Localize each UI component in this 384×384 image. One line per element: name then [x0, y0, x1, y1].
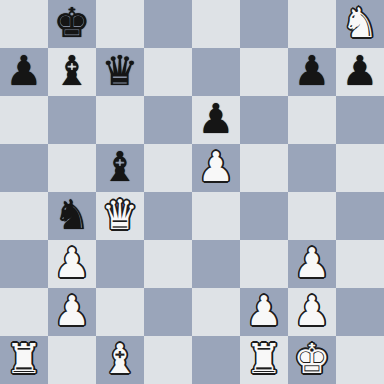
square-h2[interactable]: [336, 288, 384, 336]
square-g2[interactable]: ♟: [288, 288, 336, 336]
square-g1[interactable]: ♚: [288, 336, 336, 384]
black-bishop[interactable]: ♝: [102, 143, 139, 191]
square-e7[interactable]: [192, 48, 240, 96]
square-c8[interactable]: [96, 0, 144, 48]
square-d2[interactable]: [144, 288, 192, 336]
square-h6[interactable]: [336, 96, 384, 144]
square-e2[interactable]: [192, 288, 240, 336]
square-c3[interactable]: [96, 240, 144, 288]
square-f1[interactable]: ♜: [240, 336, 288, 384]
square-e4[interactable]: [192, 192, 240, 240]
black-pawn[interactable]: ♟: [198, 95, 235, 143]
black-pawn[interactable]: ♟: [6, 47, 43, 95]
square-h7[interactable]: ♟: [336, 48, 384, 96]
square-h5[interactable]: [336, 144, 384, 192]
white-knight[interactable]: ♞: [342, 0, 379, 47]
square-f8[interactable]: [240, 0, 288, 48]
square-b6[interactable]: [48, 96, 96, 144]
black-queen[interactable]: ♛: [102, 47, 139, 95]
square-g8[interactable]: [288, 0, 336, 48]
square-d7[interactable]: [144, 48, 192, 96]
square-b4[interactable]: ♞: [48, 192, 96, 240]
white-pawn[interactable]: ♟: [54, 287, 91, 335]
white-pawn[interactable]: ♟: [294, 239, 331, 287]
square-g3[interactable]: ♟: [288, 240, 336, 288]
square-f7[interactable]: [240, 48, 288, 96]
square-f4[interactable]: [240, 192, 288, 240]
square-d3[interactable]: [144, 240, 192, 288]
square-a8[interactable]: [0, 0, 48, 48]
square-f6[interactable]: [240, 96, 288, 144]
square-f3[interactable]: [240, 240, 288, 288]
square-a3[interactable]: [0, 240, 48, 288]
white-queen[interactable]: ♛: [102, 191, 139, 239]
square-b8[interactable]: ♚: [48, 0, 96, 48]
white-rook[interactable]: ♜: [246, 335, 283, 383]
white-pawn[interactable]: ♟: [294, 287, 331, 335]
white-rook[interactable]: ♜: [6, 335, 43, 383]
square-g5[interactable]: [288, 144, 336, 192]
square-d4[interactable]: [144, 192, 192, 240]
square-c4[interactable]: ♛: [96, 192, 144, 240]
white-bishop[interactable]: ♝: [102, 335, 139, 383]
square-a6[interactable]: [0, 96, 48, 144]
square-b2[interactable]: ♟: [48, 288, 96, 336]
square-a4[interactable]: [0, 192, 48, 240]
black-pawn[interactable]: ♟: [294, 47, 331, 95]
black-bishop[interactable]: ♝: [54, 47, 91, 95]
square-e1[interactable]: [192, 336, 240, 384]
white-pawn[interactable]: ♟: [54, 239, 91, 287]
square-b1[interactable]: [48, 336, 96, 384]
white-king[interactable]: ♚: [294, 335, 331, 383]
square-h3[interactable]: [336, 240, 384, 288]
black-knight[interactable]: ♞: [54, 191, 91, 239]
square-f2[interactable]: ♟: [240, 288, 288, 336]
white-pawn[interactable]: ♟: [198, 143, 235, 191]
square-b3[interactable]: ♟: [48, 240, 96, 288]
square-c1[interactable]: ♝: [96, 336, 144, 384]
square-a5[interactable]: [0, 144, 48, 192]
square-a1[interactable]: ♜: [0, 336, 48, 384]
square-d1[interactable]: [144, 336, 192, 384]
square-e8[interactable]: [192, 0, 240, 48]
square-g7[interactable]: ♟: [288, 48, 336, 96]
square-g6[interactable]: [288, 96, 336, 144]
black-pawn[interactable]: ♟: [342, 47, 379, 95]
square-e6[interactable]: ♟: [192, 96, 240, 144]
square-c6[interactable]: [96, 96, 144, 144]
square-b7[interactable]: ♝: [48, 48, 96, 96]
black-king[interactable]: ♚: [54, 0, 91, 47]
square-f5[interactable]: [240, 144, 288, 192]
square-c5[interactable]: ♝: [96, 144, 144, 192]
square-d8[interactable]: [144, 0, 192, 48]
square-e5[interactable]: ♟: [192, 144, 240, 192]
square-c7[interactable]: ♛: [96, 48, 144, 96]
square-g4[interactable]: [288, 192, 336, 240]
square-e3[interactable]: [192, 240, 240, 288]
square-h4[interactable]: [336, 192, 384, 240]
square-d6[interactable]: [144, 96, 192, 144]
square-a2[interactable]: [0, 288, 48, 336]
square-b5[interactable]: [48, 144, 96, 192]
square-a7[interactable]: ♟: [0, 48, 48, 96]
square-c2[interactable]: [96, 288, 144, 336]
square-h8[interactable]: ♞: [336, 0, 384, 48]
square-h1[interactable]: [336, 336, 384, 384]
chess-board: ♚♞♟♝♛♟♟♟♝♟♞♛♟♟♟♟♟♜♝♜♚: [0, 0, 384, 384]
square-d5[interactable]: [144, 144, 192, 192]
white-pawn[interactable]: ♟: [246, 287, 283, 335]
